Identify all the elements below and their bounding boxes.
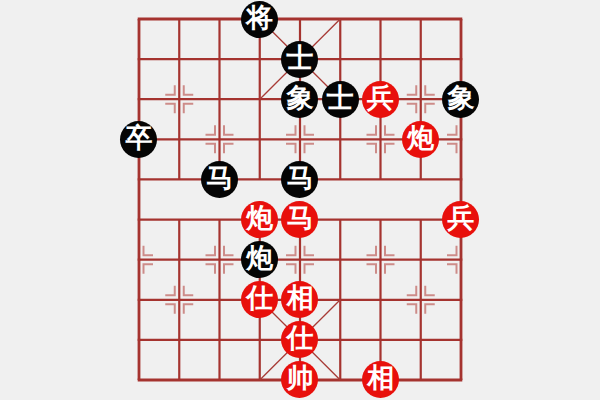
piece-glyph: 象 (447, 85, 474, 112)
piece-glyph: 仕 (246, 285, 273, 312)
piece-glyph: 相 (367, 365, 394, 392)
piece-red-elephant[interactable]: 相 (281, 281, 318, 318)
xiangqi-board: 将士象士兵象卒炮马马炮马兵炮仕相仕帅相 (0, 0, 600, 400)
piece-glyph: 马 (286, 165, 313, 192)
piece-glyph: 炮 (246, 245, 273, 272)
piece-glyph: 士 (327, 85, 354, 112)
piece-red-elephant[interactable]: 相 (362, 361, 399, 398)
piece-red-horse[interactable]: 马 (281, 201, 318, 238)
piece-glyph: 炮 (246, 205, 273, 232)
piece-red-soldier[interactable]: 兵 (362, 81, 399, 118)
piece-glyph: 帅 (286, 365, 313, 392)
piece-glyph: 相 (286, 285, 313, 312)
piece-glyph: 炮 (407, 125, 434, 152)
board-grid[interactable]: 将士象士兵象卒炮马马炮马兵炮仕相仕帅相 (119, 0, 481, 400)
piece-glyph: 将 (246, 5, 273, 32)
piece-glyph: 兵 (447, 205, 474, 232)
piece-red-cannon[interactable]: 炮 (241, 201, 278, 238)
piece-glyph: 马 (206, 165, 233, 192)
piece-red-soldier[interactable]: 兵 (442, 201, 479, 238)
piece-black-elephant[interactable]: 象 (281, 81, 318, 118)
piece-glyph: 象 (286, 85, 313, 112)
piece-black-advisor[interactable]: 士 (281, 41, 318, 78)
piece-black-general[interactable]: 将 (241, 1, 278, 38)
piece-glyph: 士 (286, 45, 313, 72)
piece-glyph: 马 (286, 205, 313, 232)
piece-red-advisor[interactable]: 仕 (241, 281, 278, 318)
piece-black-elephant[interactable]: 象 (442, 81, 479, 118)
piece-red-general[interactable]: 帅 (281, 361, 318, 398)
piece-black-horse[interactable]: 马 (201, 161, 238, 198)
piece-red-cannon[interactable]: 炮 (402, 121, 439, 158)
piece-glyph: 兵 (367, 85, 394, 112)
piece-black-horse[interactable]: 马 (281, 161, 318, 198)
piece-black-advisor[interactable]: 士 (322, 81, 359, 118)
piece-red-advisor[interactable]: 仕 (281, 321, 318, 358)
piece-glyph: 卒 (125, 125, 152, 152)
piece-black-soldier[interactable]: 卒 (120, 121, 157, 158)
piece-glyph: 仕 (286, 325, 313, 352)
piece-black-cannon[interactable]: 炮 (241, 241, 278, 278)
